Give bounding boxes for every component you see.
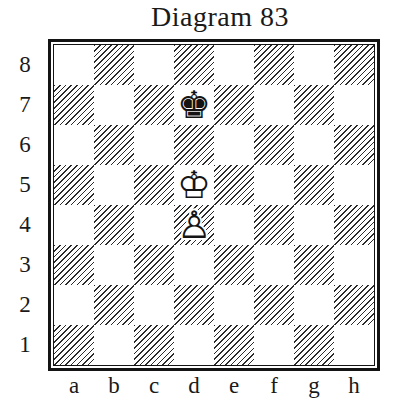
square-g3	[294, 245, 334, 285]
chess-board: ♚♚♔♟♙	[48, 39, 380, 371]
file-label-g: g	[294, 372, 334, 399]
file-label-h: h	[334, 372, 374, 399]
black-king: ♚	[174, 85, 214, 125]
square-h8	[334, 45, 374, 85]
square-e4	[214, 205, 254, 245]
square-b6	[94, 125, 134, 165]
square-d6	[174, 125, 214, 165]
square-d8	[174, 45, 214, 85]
rank-label-1: 1	[12, 325, 38, 365]
white-pawn-fill: ♟	[174, 205, 214, 245]
square-b2	[94, 285, 134, 325]
square-g2	[294, 285, 334, 325]
square-f1	[254, 325, 294, 365]
square-d4: ♟♙	[174, 205, 214, 245]
square-c4	[134, 205, 174, 245]
square-c1	[134, 325, 174, 365]
rank-labels: 87654321	[12, 45, 38, 365]
square-a5	[54, 165, 94, 205]
square-c2	[134, 285, 174, 325]
square-d5: ♚♔	[174, 165, 214, 205]
square-b7	[94, 85, 134, 125]
diagram-title: Diagram 83	[60, 1, 380, 33]
square-b1	[94, 325, 134, 365]
file-label-f: f	[254, 372, 294, 399]
rank-label-3: 3	[12, 245, 38, 285]
square-h2	[334, 285, 374, 325]
square-c7	[134, 85, 174, 125]
white-pawn: ♙	[174, 205, 214, 245]
square-a7	[54, 85, 94, 125]
square-f4	[254, 205, 294, 245]
rank-label-6: 6	[12, 125, 38, 165]
square-c6	[134, 125, 174, 165]
square-h5	[334, 165, 374, 205]
file-label-a: a	[54, 372, 94, 399]
square-h4	[334, 205, 374, 245]
square-f7	[254, 85, 294, 125]
square-h1	[334, 325, 374, 365]
square-h7	[334, 85, 374, 125]
square-c8	[134, 45, 174, 85]
square-a2	[54, 285, 94, 325]
square-c5	[134, 165, 174, 205]
file-labels: abcdefgh	[54, 372, 374, 399]
square-g7	[294, 85, 334, 125]
square-h6	[334, 125, 374, 165]
square-g8	[294, 45, 334, 85]
square-f6	[254, 125, 294, 165]
square-d7: ♚	[174, 85, 214, 125]
square-b8	[94, 45, 134, 85]
rank-label-5: 5	[12, 165, 38, 205]
square-e6	[214, 125, 254, 165]
square-f8	[254, 45, 294, 85]
square-e3	[214, 245, 254, 285]
square-b5	[94, 165, 134, 205]
square-d3	[174, 245, 214, 285]
square-b3	[94, 245, 134, 285]
square-a6	[54, 125, 94, 165]
square-e5	[214, 165, 254, 205]
square-a1	[54, 325, 94, 365]
square-b4	[94, 205, 134, 245]
board-grid: ♚♚♔♟♙	[54, 45, 374, 365]
square-g5	[294, 165, 334, 205]
file-label-c: c	[134, 372, 174, 399]
square-a8	[54, 45, 94, 85]
square-c3	[134, 245, 174, 285]
square-e8	[214, 45, 254, 85]
rank-label-8: 8	[12, 45, 38, 85]
file-label-e: e	[214, 372, 254, 399]
square-g4	[294, 205, 334, 245]
square-g1	[294, 325, 334, 365]
square-d1	[174, 325, 214, 365]
square-g6	[294, 125, 334, 165]
square-e2	[214, 285, 254, 325]
square-f5	[254, 165, 294, 205]
rank-label-4: 4	[12, 205, 38, 245]
file-label-d: d	[174, 372, 214, 399]
board-inner-frame: ♚♚♔♟♙	[53, 44, 375, 366]
square-e7	[214, 85, 254, 125]
square-f2	[254, 285, 294, 325]
rank-label-7: 7	[12, 85, 38, 125]
white-king-fill: ♚	[174, 165, 214, 205]
square-a4	[54, 205, 94, 245]
chess-diagram-page: Diagram 83 87654321 ♚♚♔♟♙ abcdefgh	[0, 0, 400, 400]
square-f3	[254, 245, 294, 285]
square-h3	[334, 245, 374, 285]
square-a3	[54, 245, 94, 285]
square-e1	[214, 325, 254, 365]
rank-label-2: 2	[12, 285, 38, 325]
white-king: ♔	[174, 165, 214, 205]
file-label-b: b	[94, 372, 134, 399]
square-d2	[174, 285, 214, 325]
